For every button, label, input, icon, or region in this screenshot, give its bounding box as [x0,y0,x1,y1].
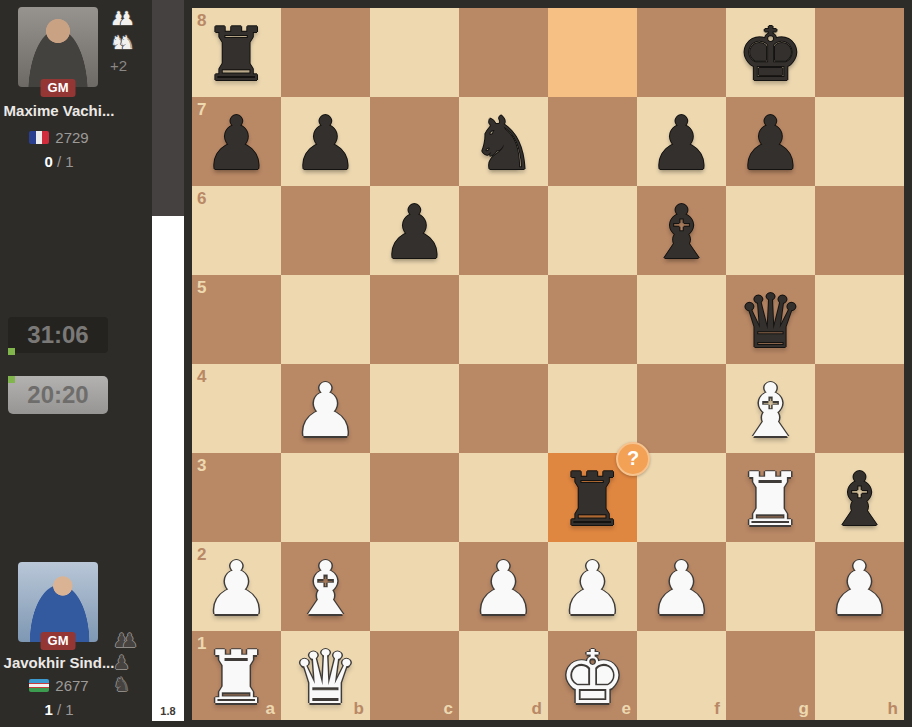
file-label-c: c [444,700,453,717]
square-a3[interactable]: 3 [192,453,281,542]
clock-bottom-indicator [8,376,15,383]
square-b8[interactable] [281,8,370,97]
square-f4[interactable] [637,364,726,453]
square-f1[interactable]: f [637,631,726,720]
eval-bar-white-section: 1.8 [152,216,184,721]
eval-score: 1.8 [152,705,184,717]
uzbekistan-flag [29,679,49,692]
player-top-title-badge: GM [41,79,76,97]
file-label-f: f [714,700,720,717]
black-bishop-f6[interactable]: ♝ [637,186,726,275]
captured-group-pawn-x2: ♟♟ [113,629,155,651]
player-bottom-rating: 2677 [55,677,88,694]
mistake-annotation-badge: ? [616,442,650,476]
clock-top-indicator [8,348,15,355]
square-f8[interactable] [637,8,726,97]
captured-pieces-top: ♟♟♞♞+2 [110,6,152,78]
player-top-rating-row: 2729 [0,129,118,146]
square-a2[interactable]: 2♟ [192,542,281,631]
square-g6[interactable] [726,186,815,275]
square-h6[interactable] [815,186,904,275]
rank-label-4: 4 [197,368,206,385]
square-a4[interactable]: 4 [192,364,281,453]
square-f2[interactable]: ♟ [637,542,726,631]
square-c2[interactable] [370,542,459,631]
square-d5[interactable] [459,275,548,364]
pawn-icon: ♟ [121,629,138,651]
app-root: GM Maxime Vachi... 2729 0 / 1 ♟♟♞♞+2 31:… [0,0,912,727]
square-e1[interactable]: e♚ [548,631,637,720]
black-knight-d7[interactable]: ♞ [459,97,548,186]
square-h1[interactable]: h [815,631,904,720]
player-top-rating: 2729 [55,129,88,146]
black-king-g8[interactable]: ♚ [726,8,815,97]
knight-icon: ♞ [113,673,130,695]
player-bottom-score: 1 / 1 [0,701,118,718]
white-queen-b1[interactable]: ♛ [281,631,370,720]
rank-label-3: 3 [197,457,206,474]
captured-group-pawn-x1: ♟ [113,651,155,673]
square-g1[interactable]: g [726,631,815,720]
square-a5[interactable]: 5 [192,275,281,364]
square-g4[interactable]: ♝ [726,364,815,453]
square-e7[interactable] [548,97,637,186]
file-label-g: g [799,700,809,717]
white-pawn-d2[interactable]: ♟ [459,542,548,631]
mistake-annotation-symbol: ? [627,447,639,469]
square-c1[interactable]: c [370,631,459,720]
clock-bottom-time: 20:20 [27,381,88,408]
square-c8[interactable] [370,8,459,97]
square-f3[interactable] [637,453,726,542]
square-d1[interactable]: d [459,631,548,720]
square-g3[interactable]: ♜ [726,453,815,542]
square-h3[interactable]: ♝ [815,453,904,542]
square-b6[interactable] [281,186,370,275]
square-a6[interactable]: 6 [192,186,281,275]
white-bishop-b2[interactable]: ♝ [281,542,370,631]
player-top-avatar[interactable] [18,7,98,87]
pawn-icon: ♟ [118,7,135,29]
square-b7[interactable]: ♟ [281,97,370,186]
square-d3[interactable] [459,453,548,542]
square-e2[interactable]: ♟ [548,542,637,631]
captured-group-knight-x1: ♞ [113,673,155,695]
white-pawn-a2[interactable]: ♟ [192,542,281,631]
knight-icon: ♞ [118,31,135,53]
player-bottom-rating-row: 2677 [0,677,118,694]
square-e4[interactable] [548,364,637,453]
square-b3[interactable] [281,453,370,542]
white-rook-g3[interactable]: ♜ [726,453,815,542]
white-pawn-e2[interactable]: ♟ [548,542,637,631]
square-g2[interactable] [726,542,815,631]
square-c5[interactable] [370,275,459,364]
square-c7[interactable] [370,97,459,186]
captured-group-knight-x2: ♞♞ [110,30,152,54]
square-a8[interactable]: 8♜ [192,8,281,97]
square-b5[interactable] [281,275,370,364]
france-flag [29,131,49,144]
square-d7[interactable]: ♞ [459,97,548,186]
black-pawn-b7[interactable]: ♟ [281,97,370,186]
square-a7[interactable]: 7♟ [192,97,281,186]
square-d4[interactable] [459,364,548,453]
square-a1[interactable]: 1a♜ [192,631,281,720]
black-pawn-a7[interactable]: ♟ [192,97,281,186]
square-h4[interactable] [815,364,904,453]
square-e6[interactable] [548,186,637,275]
white-pawn-f2[interactable]: ♟ [637,542,726,631]
player-bottom-name[interactable]: Javokhir Sind... [0,654,118,671]
player-top-score: 0 / 1 [0,153,118,170]
square-g7[interactable]: ♟ [726,97,815,186]
captured-group-pawn-x2: ♟♟ [110,6,152,30]
square-h8[interactable] [815,8,904,97]
square-d6[interactable] [459,186,548,275]
black-rook-a8[interactable]: ♜ [192,8,281,97]
square-f7[interactable]: ♟ [637,97,726,186]
captured-pieces-bottom: ♟♟♟♞ [113,629,155,695]
material-advantage: +2 [110,54,152,78]
white-rook-a1[interactable]: ♜ [192,631,281,720]
chess-board: ? 8♜♚7♟♟♞♟♟6♟♝5♛4♟♝3♜♜♝2♟♝♟♟♟♟1a♜b♛cde♚f… [192,8,904,720]
white-pawn-b4[interactable]: ♟ [281,364,370,453]
square-g5[interactable]: ♛ [726,275,815,364]
black-bishop-h3[interactable]: ♝ [815,453,904,542]
square-g8[interactable]: ♚ [726,8,815,97]
square-e8[interactable] [548,8,637,97]
square-f6[interactable]: ♝ [637,186,726,275]
square-c6[interactable]: ♟ [370,186,459,275]
black-pawn-f7[interactable]: ♟ [637,97,726,186]
white-bishop-g4[interactable]: ♝ [726,364,815,453]
black-pawn-c6[interactable]: ♟ [370,186,459,275]
rank-label-5: 5 [197,279,206,296]
white-king-e1[interactable]: ♚ [548,631,637,720]
black-pawn-g7[interactable]: ♟ [726,97,815,186]
player-top-name[interactable]: Maxime Vachi... [0,102,118,119]
square-e5[interactable] [548,275,637,364]
eval-bar-black-section [152,0,184,216]
player-bottom-title-badge: GM [41,632,76,650]
file-label-h: h [888,700,898,717]
black-queen-g5[interactable]: ♛ [726,275,815,364]
square-c3[interactable] [370,453,459,542]
square-c4[interactable] [370,364,459,453]
clock-top-time: 31:06 [27,321,88,348]
square-h7[interactable] [815,97,904,186]
clock-bottom: 20:20 [8,376,108,414]
square-b1[interactable]: b♛ [281,631,370,720]
square-b2[interactable]: ♝ [281,542,370,631]
file-label-d: d [532,700,542,717]
white-pawn-h2[interactable]: ♟ [815,542,904,631]
clock-top: 31:06 [8,317,108,353]
square-b4[interactable]: ♟ [281,364,370,453]
player-bottom-avatar[interactable] [18,562,98,642]
square-h2[interactable]: ♟ [815,542,904,631]
evaluation-bar: 1.8 [152,0,184,721]
square-h5[interactable] [815,275,904,364]
pawn-icon: ♟ [113,651,130,673]
rank-label-6: 6 [197,190,206,207]
square-d2[interactable]: ♟ [459,542,548,631]
square-f5[interactable] [637,275,726,364]
square-d8[interactable] [459,8,548,97]
